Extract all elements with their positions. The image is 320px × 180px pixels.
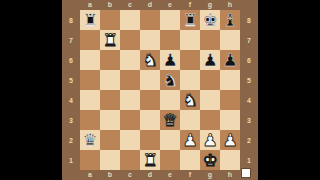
rank-label-right-3: 3 [240, 110, 258, 130]
square-f5[interactable] [180, 70, 200, 90]
chess-board-frame: abcdefgh abcdefgh 87654321 87654321 ♜♜♚♝… [62, 0, 258, 180]
square-e4[interactable] [160, 90, 180, 110]
square-e8[interactable] [160, 10, 180, 30]
piece-black-king: ♚ [202, 10, 217, 30]
file-label-top-g: g [200, 0, 220, 10]
file-labels-bottom: abcdefgh [80, 170, 240, 180]
square-c4[interactable] [120, 90, 140, 110]
square-b3[interactable] [100, 110, 120, 130]
piece-white-knight: ♞ [142, 50, 157, 70]
square-f7[interactable] [180, 30, 200, 50]
square-c5[interactable] [120, 70, 140, 90]
piece-white-pawn: ♟ [182, 130, 197, 150]
rank-labels-right: 87654321 [240, 10, 258, 170]
rank-label-right-2: 2 [240, 130, 258, 150]
square-g6[interactable]: ♟ [200, 50, 220, 70]
square-a5[interactable] [80, 70, 100, 90]
piece-black-queen: ♛ [82, 130, 97, 150]
square-a7[interactable] [80, 30, 100, 50]
file-label-bottom-f: f [180, 170, 200, 180]
file-label-top-f: f [180, 0, 200, 10]
piece-black-pawn: ♟ [222, 50, 237, 70]
square-b7[interactable]: ♜ [100, 30, 120, 50]
square-f8[interactable]: ♜ [180, 10, 200, 30]
square-g1[interactable]: ♚ [200, 150, 220, 170]
file-label-bottom-c: c [120, 170, 140, 180]
square-d5[interactable] [140, 70, 160, 90]
square-d4[interactable] [140, 90, 160, 110]
square-h2[interactable]: ♟ [220, 130, 240, 150]
square-c7[interactable] [120, 30, 140, 50]
file-label-top-c: c [120, 0, 140, 10]
square-a4[interactable] [80, 90, 100, 110]
file-label-bottom-d: d [140, 170, 160, 180]
rank-label-left-1: 1 [62, 150, 80, 170]
rank-labels-left: 87654321 [62, 10, 80, 170]
piece-black-pawn: ♟ [202, 50, 217, 70]
file-label-bottom-b: b [100, 170, 120, 180]
rank-label-right-7: 7 [240, 30, 258, 50]
square-d8[interactable] [140, 10, 160, 30]
square-f1[interactable] [180, 150, 200, 170]
rank-label-left-6: 6 [62, 50, 80, 70]
file-label-top-h: h [220, 0, 240, 10]
piece-black-pawn: ♟ [162, 50, 177, 70]
square-h7[interactable] [220, 30, 240, 50]
square-d1[interactable]: ♜ [140, 150, 160, 170]
file-label-top-b: b [100, 0, 120, 10]
square-d3[interactable] [140, 110, 160, 130]
rank-label-left-2: 2 [62, 130, 80, 150]
square-e5[interactable]: ♞ [160, 70, 180, 90]
square-b2[interactable] [100, 130, 120, 150]
square-c1[interactable] [120, 150, 140, 170]
square-h4[interactable] [220, 90, 240, 110]
file-label-bottom-a: a [80, 170, 100, 180]
piece-black-rook: ♜ [182, 10, 197, 30]
rank-label-left-8: 8 [62, 10, 80, 30]
piece-black-rook: ♜ [82, 10, 97, 30]
square-b5[interactable] [100, 70, 120, 90]
square-c8[interactable] [120, 10, 140, 30]
square-a2[interactable]: ♛ [80, 130, 100, 150]
square-c2[interactable] [120, 130, 140, 150]
square-a8[interactable]: ♜ [80, 10, 100, 30]
rank-label-left-5: 5 [62, 70, 80, 90]
square-e2[interactable] [160, 130, 180, 150]
square-b4[interactable] [100, 90, 120, 110]
file-labels-top: abcdefgh [80, 0, 240, 10]
piece-white-rook: ♜ [142, 150, 157, 170]
square-g2[interactable]: ♟ [200, 130, 220, 150]
rank-label-right-4: 4 [240, 90, 258, 110]
piece-white-rook: ♜ [102, 30, 117, 50]
rank-label-right-6: 6 [240, 50, 258, 70]
square-d7[interactable] [140, 30, 160, 50]
piece-black-knight: ♞ [162, 70, 177, 90]
rank-label-left-4: 4 [62, 90, 80, 110]
rank-label-right-5: 5 [240, 70, 258, 90]
square-f4[interactable]: ♞ [180, 90, 200, 110]
square-f6[interactable] [180, 50, 200, 70]
file-label-bottom-e: e [160, 170, 180, 180]
piece-black-bishop: ♝ [222, 10, 237, 30]
white-to-move-indicator [242, 169, 250, 177]
square-e6[interactable]: ♟ [160, 50, 180, 70]
square-h3[interactable] [220, 110, 240, 130]
square-d2[interactable] [140, 130, 160, 150]
square-a6[interactable] [80, 50, 100, 70]
piece-white-knight: ♞ [182, 90, 197, 110]
square-g3[interactable] [200, 110, 220, 130]
square-a1[interactable] [80, 150, 100, 170]
piece-white-pawn: ♟ [222, 130, 237, 150]
chess-board: ♜♜♚♝♜♞♟♟♟♞♞♛♛♟♟♟♜♚ [80, 10, 240, 170]
square-h1[interactable] [220, 150, 240, 170]
file-label-bottom-h: h [220, 170, 240, 180]
square-g4[interactable] [200, 90, 220, 110]
rank-label-left-3: 3 [62, 110, 80, 130]
square-b8[interactable] [100, 10, 120, 30]
square-e3[interactable]: ♛ [160, 110, 180, 130]
square-c6[interactable] [120, 50, 140, 70]
square-h6[interactable]: ♟ [220, 50, 240, 70]
file-label-top-a: a [80, 0, 100, 10]
square-f3[interactable] [180, 110, 200, 130]
square-g8[interactable]: ♚ [200, 10, 220, 30]
piece-white-king: ♚ [202, 150, 217, 170]
file-label-top-d: d [140, 0, 160, 10]
file-label-bottom-g: g [200, 170, 220, 180]
file-label-top-e: e [160, 0, 180, 10]
square-h5[interactable] [220, 70, 240, 90]
square-h8[interactable]: ♝ [220, 10, 240, 30]
square-c3[interactable] [120, 110, 140, 130]
square-e1[interactable] [160, 150, 180, 170]
square-f2[interactable]: ♟ [180, 130, 200, 150]
rank-label-right-8: 8 [240, 10, 258, 30]
square-g7[interactable] [200, 30, 220, 50]
video-frame: abcdefgh abcdefgh 87654321 87654321 ♜♜♚♝… [0, 0, 320, 180]
square-g5[interactable] [200, 70, 220, 90]
square-d6[interactable]: ♞ [140, 50, 160, 70]
piece-white-pawn: ♟ [202, 130, 217, 150]
rank-label-right-1: 1 [240, 150, 258, 170]
square-b6[interactable] [100, 50, 120, 70]
rank-label-left-7: 7 [62, 30, 80, 50]
square-a3[interactable] [80, 110, 100, 130]
square-b1[interactable] [100, 150, 120, 170]
square-e7[interactable] [160, 30, 180, 50]
piece-white-queen: ♛ [162, 110, 177, 130]
